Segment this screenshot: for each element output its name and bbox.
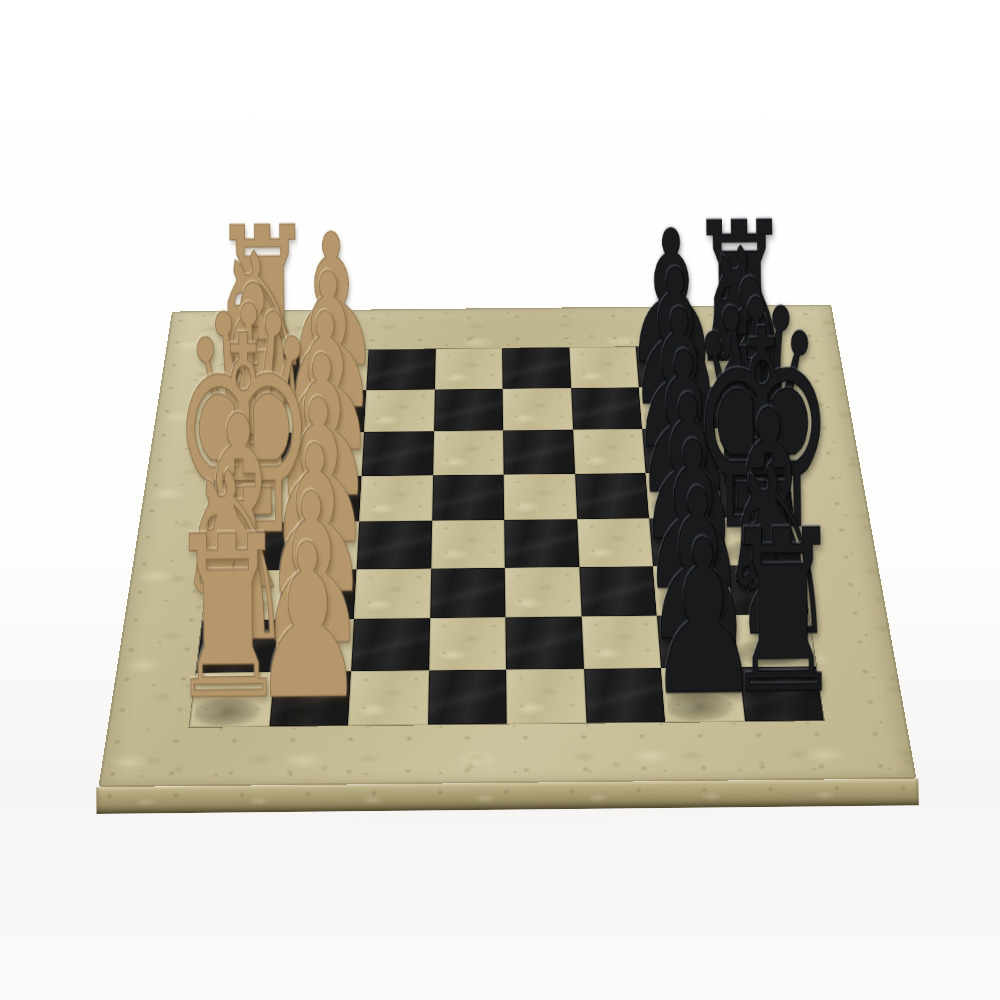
square-h2: ♟	[269, 671, 351, 726]
square-e4	[431, 520, 505, 568]
square-h4	[427, 669, 506, 724]
square-g5	[505, 617, 583, 670]
square-g4	[429, 617, 506, 670]
board-grid: ♜♟♟♜♞♟♟♞♝♟♟♝♛♟♟♛♚♟♟♚♝♟♟♝♞♟♟♞♜♟♟♜	[190, 345, 824, 727]
photo-scene: ♜♟♟♜♞♟♟♞♝♟♟♝♛♟♟♛♚♟♟♚♝♟♟♝♞♟♟♞♜♟♟♜	[0, 0, 1000, 1000]
square-d5	[504, 474, 577, 520]
square-a5	[502, 348, 571, 389]
square-d4	[432, 474, 504, 520]
square-h7: ♟	[661, 667, 745, 722]
square-b4	[434, 389, 504, 432]
square-e5	[504, 519, 579, 567]
chess-board: ♜♟♟♜♞♟♟♞♝♟♟♝♛♟♟♛♚♟♟♚♝♟♟♝♞♟♟♞♜♟♟♜	[98, 305, 916, 787]
piece-black-pawn: ♟	[645, 516, 762, 720]
square-c4	[433, 431, 504, 475]
marble-slab-border: ♜♟♟♜♞♟♟♞♝♟♟♝♛♟♟♛♚♟♟♚♝♟♟♝♞♟♟♞♜♟♟♜	[98, 305, 916, 787]
square-b5	[503, 388, 573, 431]
piece-white-pawn: ♟	[249, 521, 366, 725]
square-f5	[505, 567, 581, 618]
square-c5	[503, 430, 575, 474]
square-h5	[506, 669, 586, 724]
square-f4	[430, 568, 506, 619]
square-a4	[434, 348, 502, 389]
